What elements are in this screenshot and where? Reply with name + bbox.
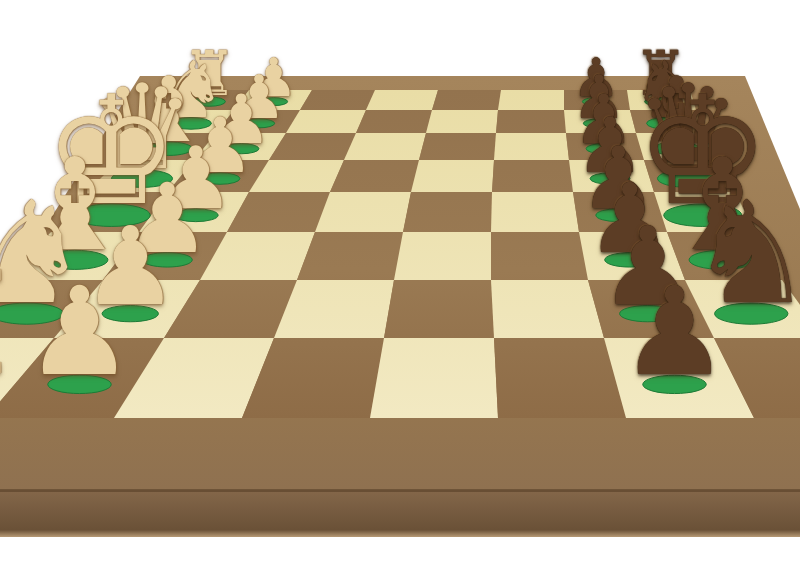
square-e6 — [491, 192, 579, 232]
square-a4 — [366, 90, 438, 110]
square-a3 — [300, 90, 375, 110]
board-edge-crease — [0, 489, 800, 492]
felt-base-d1 — [111, 170, 172, 188]
square-b6 — [496, 110, 566, 133]
felt-base-c1 — [145, 142, 192, 156]
square-b5 — [426, 110, 498, 133]
felt-base-b8 — [647, 117, 688, 129]
chess-board — [0, 0, 800, 575]
square-h6 — [494, 338, 626, 418]
square-c6 — [494, 133, 569, 160]
felt-base-f2 — [142, 253, 192, 267]
felt-base-b1 — [171, 117, 212, 129]
chessboard-photo: ♜♟♟♜♞♟♟♞♝♟♟♝♛♟♟♛♚♟♟♚♝♟♟♝♞♟♟♞♜♟♟ — [0, 0, 800, 575]
felt-base-g7 — [620, 306, 676, 322]
square-a5 — [432, 90, 501, 110]
felt-base-d7 — [590, 173, 630, 184]
square-a6 — [498, 90, 564, 110]
felt-base-a1 — [193, 97, 225, 106]
felt-base-c8 — [653, 142, 700, 156]
felt-base-d8 — [657, 170, 718, 188]
felt-base-f8 — [689, 250, 755, 269]
square-b3 — [286, 110, 366, 133]
square-d4 — [330, 160, 419, 192]
square-c5 — [419, 133, 496, 160]
felt-base-h2 — [48, 375, 112, 393]
felt-base-e7 — [596, 209, 641, 222]
square-h5 — [370, 338, 498, 418]
square-b4 — [356, 110, 432, 133]
felt-base-h7 — [643, 375, 707, 393]
felt-base-c2 — [224, 144, 259, 154]
square-d5 — [411, 160, 494, 192]
felt-base-b7 — [583, 119, 614, 128]
square-g5 — [384, 280, 494, 338]
felt-base-e2 — [173, 209, 218, 222]
square-f5 — [394, 232, 491, 280]
felt-base-b2 — [243, 119, 274, 128]
felt-base-a7 — [582, 98, 610, 106]
square-f6 — [491, 232, 588, 280]
felt-base-d2 — [200, 173, 240, 184]
square-f4 — [297, 232, 403, 280]
square-e5 — [403, 192, 492, 232]
felt-base-e1 — [72, 204, 150, 227]
felt-base-a2 — [260, 98, 288, 106]
square-g6 — [491, 280, 604, 338]
square-d6 — [492, 160, 573, 192]
square-e4 — [315, 192, 411, 232]
felt-base-c7 — [586, 144, 621, 154]
board-side-face — [0, 490, 800, 537]
felt-base-e8 — [664, 204, 742, 227]
felt-base-g8 — [715, 303, 788, 324]
square-c4 — [344, 133, 426, 160]
felt-base-g2 — [102, 306, 158, 322]
felt-base-f7 — [605, 253, 655, 267]
felt-base-a8 — [645, 97, 677, 106]
felt-base-g1 — [0, 303, 63, 324]
felt-base-f1 — [42, 250, 108, 269]
